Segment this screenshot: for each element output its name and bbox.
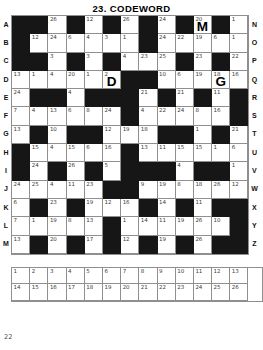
key-cell-12[interactable]: 12 xyxy=(212,268,230,285)
key-cell-2[interactable]: 2 xyxy=(30,268,48,285)
cell-number: 1 xyxy=(232,34,236,41)
cell-G11[interactable]: 1 xyxy=(194,126,212,144)
hint-letter-M: M xyxy=(194,16,211,33)
cell-L12[interactable]: 10 xyxy=(212,217,230,235)
cell-number: 10 xyxy=(159,71,166,78)
cell-K13 xyxy=(230,199,248,217)
cell-number: 13 xyxy=(14,126,21,133)
cell-M6 xyxy=(103,236,121,254)
cell-number: 6 xyxy=(14,199,18,206)
cell-A1 xyxy=(12,16,30,34)
cell-number: 18 xyxy=(141,126,148,133)
codeword-board: ABCDEFGHIJKLM 2612262420M112246431242219… xyxy=(0,15,263,255)
cell-A4 xyxy=(67,16,85,34)
cell-number: 15 xyxy=(195,144,202,151)
cell-number: 24 xyxy=(50,34,57,41)
cell-L1[interactable]: 7 xyxy=(12,217,30,235)
cell-F7 xyxy=(121,107,139,125)
cell-E9 xyxy=(158,89,176,107)
cell-H2[interactable]: 15 xyxy=(30,144,48,162)
cell-F3[interactable]: 13 xyxy=(48,107,66,125)
key-cell-11[interactable]: 11 xyxy=(194,268,212,285)
cell-number: 23 xyxy=(195,53,202,60)
cell-number: 25 xyxy=(32,181,39,188)
cell-number: 1 xyxy=(232,16,236,23)
cell-number: 15 xyxy=(68,144,75,151)
key-cell-23[interactable]: 23 xyxy=(176,284,194,301)
key-cell-4[interactable]: 4 xyxy=(67,268,85,285)
cell-A11[interactable]: 20M xyxy=(194,16,212,34)
cell-G3[interactable]: 10 xyxy=(48,126,66,144)
cell-J6 xyxy=(103,181,121,199)
key-cell-17[interactable]: 17 xyxy=(67,284,85,301)
key-cell-5[interactable]: 5 xyxy=(85,268,103,285)
key-cell-16[interactable]: 16 xyxy=(48,284,66,301)
cell-C10 xyxy=(176,53,194,71)
cell-I6[interactable]: 5 xyxy=(103,162,121,180)
key-cell-26[interactable]: 26 xyxy=(230,284,248,301)
cell-M1[interactable]: 13 xyxy=(12,236,30,254)
cell-K5[interactable]: 19 xyxy=(85,199,103,217)
cell-number: 7 xyxy=(14,217,18,224)
key-number: 12 xyxy=(214,268,221,275)
row-label-N: N xyxy=(249,15,259,33)
cell-number: 26 xyxy=(214,181,221,188)
cell-B10[interactable]: 22 xyxy=(176,34,194,52)
cell-M2 xyxy=(30,236,48,254)
cell-B12[interactable]: 6 xyxy=(212,34,230,52)
cell-J4[interactable]: 11 xyxy=(67,181,85,199)
cell-B3[interactable]: 24 xyxy=(48,34,66,52)
cell-number: 1 xyxy=(32,217,36,224)
row-labels-right: NOPQRSTUVWXYZ xyxy=(249,15,259,253)
cell-number: 22 xyxy=(159,107,166,114)
cell-number: 1 xyxy=(32,71,36,78)
cell-F6[interactable]: 24 xyxy=(103,107,121,125)
cell-E8[interactable]: 21 xyxy=(139,89,157,107)
cell-I4[interactable]: 26 xyxy=(67,162,85,180)
cell-number: 23 xyxy=(50,199,57,206)
key-cell-7[interactable]: 7 xyxy=(121,268,139,285)
key-number: 26 xyxy=(232,284,239,291)
cell-number: 4 xyxy=(141,107,145,114)
cell-C7[interactable]: 4 xyxy=(121,53,139,71)
cell-number: 24 xyxy=(159,34,166,41)
cell-number: 1 xyxy=(214,144,218,151)
cell-number: 14 xyxy=(159,199,166,206)
cell-J1[interactable]: 24 xyxy=(12,181,30,199)
cell-B4[interactable]: 6 xyxy=(67,34,85,52)
row-label-Z: Z xyxy=(249,235,259,253)
cell-number: 16 xyxy=(104,144,111,151)
cell-B1 xyxy=(12,34,30,52)
cell-C3[interactable]: 3 xyxy=(48,53,66,71)
key-number: 18 xyxy=(86,284,93,291)
row-label-L: L xyxy=(1,216,11,234)
cell-number: 14 xyxy=(141,217,148,224)
cell-L11[interactable]: 26 xyxy=(194,217,212,235)
cell-H4[interactable]: 15 xyxy=(67,144,85,162)
cell-B5[interactable]: 4 xyxy=(85,34,103,52)
cell-number: 16 xyxy=(232,71,239,78)
cell-E2 xyxy=(30,89,48,107)
cell-number: 11 xyxy=(195,199,202,206)
cell-F10[interactable]: 24 xyxy=(176,107,194,125)
key-number: 5 xyxy=(86,268,90,275)
key-number: 21 xyxy=(141,284,148,291)
cell-J5[interactable]: 23 xyxy=(85,181,103,199)
puzzle-title: 23. CODEWORD xyxy=(0,3,263,14)
cell-C6 xyxy=(103,53,121,71)
cell-I8 xyxy=(139,162,157,180)
cell-number: 5 xyxy=(104,162,108,169)
cell-F2[interactable]: 4 xyxy=(30,107,48,125)
cell-J10[interactable]: 8 xyxy=(176,181,194,199)
cell-G8[interactable]: 18 xyxy=(139,126,157,144)
cell-number: 24 xyxy=(14,89,21,96)
row-label-H: H xyxy=(1,143,11,161)
cell-B7[interactable]: 1 xyxy=(121,34,139,52)
key-number: 22 xyxy=(159,284,166,291)
key-cell-8[interactable]: 8 xyxy=(139,268,157,285)
cell-number: 3 xyxy=(50,53,54,60)
cell-G1[interactable]: 13 xyxy=(12,126,30,144)
key-cell-1[interactable]: 1 xyxy=(12,268,30,285)
cell-number: 4 xyxy=(32,107,36,114)
cell-number: 1 xyxy=(232,162,236,169)
key-number: 4 xyxy=(68,268,72,275)
cell-E1[interactable]: 24 xyxy=(12,89,30,107)
key-number: 19 xyxy=(104,284,111,291)
cell-H12[interactable]: 1 xyxy=(212,144,230,162)
cell-F5[interactable]: 8 xyxy=(85,107,103,125)
cell-D1[interactable]: 13 xyxy=(12,71,30,89)
cell-F13 xyxy=(230,107,248,125)
row-label-R: R xyxy=(249,88,259,106)
cell-M12 xyxy=(212,236,230,254)
cell-number: 21 xyxy=(232,126,239,133)
cell-M5[interactable]: 17 xyxy=(85,236,103,254)
cell-L10[interactable]: 19 xyxy=(176,217,194,235)
cell-C13[interactable]: 22 xyxy=(230,53,248,71)
cell-A13[interactable]: 1 xyxy=(230,16,248,34)
cell-D11[interactable]: 19 xyxy=(194,71,212,89)
key-number: 16 xyxy=(50,284,57,291)
cell-H1 xyxy=(12,144,30,162)
cell-C5[interactable]: 3 xyxy=(85,53,103,71)
cell-number: 15 xyxy=(177,144,184,151)
key-number: 24 xyxy=(195,284,202,291)
cell-number: 7 xyxy=(14,107,18,114)
cell-F9[interactable]: 22 xyxy=(158,107,176,125)
key-cell-22[interactable]: 22 xyxy=(158,284,176,301)
cell-number: 13 xyxy=(141,144,148,151)
cell-H9[interactable]: 11 xyxy=(158,144,176,162)
cell-C9[interactable]: 25 xyxy=(158,53,176,71)
cell-B11[interactable]: 19 xyxy=(194,34,212,52)
key-number: 10 xyxy=(177,268,184,275)
cell-C4 xyxy=(67,53,85,71)
cell-C11[interactable]: 23 xyxy=(194,53,212,71)
cell-K8 xyxy=(139,199,157,217)
key-cell-20[interactable]: 20 xyxy=(121,284,139,301)
cell-I5 xyxy=(85,162,103,180)
hint-letter-D: D xyxy=(103,71,120,88)
cell-number: 19 xyxy=(123,126,130,133)
cell-M13 xyxy=(230,236,248,254)
cell-C8[interactable]: 23 xyxy=(139,53,157,71)
cell-D5[interactable]: 1 xyxy=(85,71,103,89)
cell-F12[interactable]: 16 xyxy=(212,107,230,125)
cell-A7[interactable]: 26 xyxy=(121,16,139,34)
cell-number: 24 xyxy=(159,16,166,23)
cell-number: 6 xyxy=(68,34,72,41)
cell-number: 8 xyxy=(86,107,90,114)
cell-B9[interactable]: 24 xyxy=(158,34,176,52)
key-number: 15 xyxy=(32,284,39,291)
cell-D2[interactable]: 1 xyxy=(30,71,48,89)
cell-J13[interactable]: 12 xyxy=(230,181,248,199)
cell-A2 xyxy=(30,16,48,34)
cell-L2[interactable]: 1 xyxy=(30,217,48,235)
cell-B13[interactable]: 1 xyxy=(230,34,248,52)
cell-G4 xyxy=(67,126,85,144)
cell-M4 xyxy=(67,236,85,254)
cell-E5 xyxy=(85,89,103,107)
cell-A5[interactable]: 12 xyxy=(85,16,103,34)
key-cell-6[interactable]: 6 xyxy=(103,268,121,285)
cell-number: 6 xyxy=(232,144,236,151)
row-label-Q: Q xyxy=(249,70,259,88)
cell-A3[interactable]: 26 xyxy=(48,16,66,34)
cell-K1[interactable]: 6 xyxy=(12,199,30,217)
key-cell-13[interactable]: 13 xyxy=(230,268,248,285)
key-number: 14 xyxy=(14,284,21,291)
cell-B8 xyxy=(139,34,157,52)
row-label-X: X xyxy=(249,198,259,216)
key-cell-18[interactable]: 18 xyxy=(85,284,103,301)
cell-H8[interactable]: 13 xyxy=(139,144,157,162)
cell-number: 3 xyxy=(104,34,108,41)
key-number: 9 xyxy=(159,268,163,275)
cell-number: 13 xyxy=(50,107,57,114)
key-cell-3[interactable]: 3 xyxy=(48,268,66,285)
row-label-P: P xyxy=(249,52,259,70)
row-label-K: K xyxy=(1,198,11,216)
cell-number: 26 xyxy=(50,16,57,23)
cell-G5 xyxy=(85,126,103,144)
cell-F8[interactable]: 4 xyxy=(139,107,157,125)
cell-D9[interactable]: 10 xyxy=(158,71,176,89)
row-label-E: E xyxy=(1,88,11,106)
cell-A8 xyxy=(139,16,157,34)
key-number: 11 xyxy=(195,268,202,275)
cell-number: 21 xyxy=(177,89,184,96)
key-cell-10[interactable]: 10 xyxy=(176,268,194,285)
cell-H6[interactable]: 16 xyxy=(103,144,121,162)
cell-number: 19 xyxy=(195,71,202,78)
cell-G13[interactable]: 21 xyxy=(230,126,248,144)
cell-G7[interactable]: 19 xyxy=(121,126,139,144)
cell-M3[interactable]: 20 xyxy=(48,236,66,254)
hint-letter-G: G xyxy=(212,71,229,88)
cell-K11[interactable]: 11 xyxy=(194,199,212,217)
cell-number: 1 xyxy=(195,126,199,133)
cell-H5[interactable]: 6 xyxy=(85,144,103,162)
cell-I2[interactable]: 24 xyxy=(30,162,48,180)
cell-number: 4 xyxy=(50,144,54,151)
cell-number: 1 xyxy=(123,34,127,41)
cell-number: 25 xyxy=(159,53,166,60)
cell-E4[interactable]: 4 xyxy=(67,89,85,107)
key-number: 3 xyxy=(50,268,54,275)
cell-number: 10 xyxy=(50,126,57,133)
cell-H7 xyxy=(121,144,139,162)
cell-number: 11 xyxy=(68,181,75,188)
cell-J3[interactable]: 4 xyxy=(48,181,66,199)
cell-K6[interactable]: 12 xyxy=(103,199,121,217)
key-cell-21[interactable]: 21 xyxy=(139,284,157,301)
key-number: 20 xyxy=(123,284,130,291)
cell-number: 10 xyxy=(214,217,221,224)
cell-K9[interactable]: 14 xyxy=(158,199,176,217)
cell-number: 11 xyxy=(159,217,166,224)
cell-D8 xyxy=(139,71,157,89)
cell-F11[interactable]: 8 xyxy=(194,107,212,125)
cell-H11[interactable]: 15 xyxy=(194,144,212,162)
row-label-Y: Y xyxy=(249,216,259,234)
cell-number: 20 xyxy=(50,236,57,243)
row-label-T: T xyxy=(249,125,259,143)
cell-I13[interactable]: 1 xyxy=(230,162,248,180)
cell-F1[interactable]: 7 xyxy=(12,107,30,125)
cell-number: 26 xyxy=(195,217,202,224)
cell-D10[interactable]: 6 xyxy=(176,71,194,89)
cell-number: 23 xyxy=(86,181,93,188)
cell-K10 xyxy=(176,199,194,217)
cell-M7[interactable]: 12 xyxy=(121,236,139,254)
cell-L8[interactable]: 14 xyxy=(139,217,157,235)
cell-number: 1 xyxy=(86,71,90,78)
cell-L4[interactable]: 8 xyxy=(67,217,85,235)
cell-M9[interactable]: 19 xyxy=(158,236,176,254)
cell-K7[interactable]: 16 xyxy=(121,199,139,217)
cell-number: 13 xyxy=(14,236,21,243)
cell-K4 xyxy=(67,199,85,217)
cell-K3[interactable]: 23 xyxy=(48,199,66,217)
cell-number: 8 xyxy=(177,181,181,188)
cell-number: 26 xyxy=(68,162,75,169)
cell-number: 12 xyxy=(104,199,111,206)
cell-L9[interactable]: 11 xyxy=(158,217,176,235)
cell-I11 xyxy=(194,162,212,180)
cell-number: 23 xyxy=(141,53,148,60)
cell-J9[interactable]: 19 xyxy=(158,181,176,199)
cell-number: 21 xyxy=(141,89,148,96)
key-cell-24[interactable]: 24 xyxy=(194,284,212,301)
cell-number: 24 xyxy=(177,107,184,114)
cell-C1 xyxy=(12,53,30,71)
cell-M11[interactable]: 26 xyxy=(194,236,212,254)
cell-number: 12 xyxy=(86,16,93,23)
cell-number: 12 xyxy=(232,181,239,188)
cell-E7 xyxy=(121,89,139,107)
cell-D13[interactable]: 16 xyxy=(230,71,248,89)
cell-I12 xyxy=(212,162,230,180)
cell-D6[interactable]: 2D xyxy=(103,71,121,89)
cell-number: 8 xyxy=(68,217,72,224)
cell-G9 xyxy=(158,126,176,144)
cell-L7[interactable]: 1 xyxy=(121,217,139,235)
cell-A12 xyxy=(212,16,230,34)
cell-D4[interactable]: 20 xyxy=(67,71,85,89)
cell-E12[interactable]: 11 xyxy=(212,89,230,107)
cell-number: 4 xyxy=(86,34,90,41)
row-label-J: J xyxy=(1,180,11,198)
cell-number: 19 xyxy=(159,236,166,243)
row-label-C: C xyxy=(1,52,11,70)
cell-number: 24 xyxy=(32,162,39,169)
key-cell-9[interactable]: 9 xyxy=(158,268,176,285)
cell-J2[interactable]: 25 xyxy=(30,181,48,199)
cell-B6[interactable]: 3 xyxy=(103,34,121,52)
cell-I10[interactable]: 4 xyxy=(176,162,194,180)
page-number: 22 xyxy=(4,333,12,341)
cell-J12[interactable]: 26 xyxy=(212,181,230,199)
codeword-grid: 2612262420M11224643124221961334232523221… xyxy=(11,15,249,255)
cell-B2[interactable]: 12 xyxy=(30,34,48,52)
row-label-U: U xyxy=(249,143,259,161)
cell-H10[interactable]: 15 xyxy=(176,144,194,162)
cell-number: 6 xyxy=(177,71,181,78)
cell-A9[interactable]: 24 xyxy=(158,16,176,34)
cell-L5[interactable]: 13 xyxy=(85,217,103,235)
cell-A6 xyxy=(103,16,121,34)
cell-H13[interactable]: 6 xyxy=(230,144,248,162)
cell-E10[interactable]: 21 xyxy=(176,89,194,107)
cell-number: 18 xyxy=(195,181,202,188)
cell-G6[interactable]: 12 xyxy=(103,126,121,144)
cell-number: 4 xyxy=(68,89,72,96)
key-number: 1 xyxy=(14,268,18,275)
cell-F4[interactable]: 6 xyxy=(67,107,85,125)
cell-number: 9 xyxy=(141,181,145,188)
cell-L3[interactable]: 19 xyxy=(48,217,66,235)
row-label-A: A xyxy=(1,15,11,33)
cell-number: 16 xyxy=(214,107,221,114)
key-cell-25[interactable]: 25 xyxy=(212,284,230,301)
cell-J7 xyxy=(121,181,139,199)
cell-D7 xyxy=(121,71,139,89)
cell-J11[interactable]: 18 xyxy=(194,181,212,199)
key-number: 8 xyxy=(141,268,145,275)
cell-number: 4 xyxy=(50,71,54,78)
cell-M8 xyxy=(139,236,157,254)
cell-D3[interactable]: 4 xyxy=(48,71,66,89)
cell-number: 26 xyxy=(123,16,130,23)
row-label-V: V xyxy=(249,161,259,179)
cell-D12[interactable]: 18G xyxy=(212,71,230,89)
key-cell-14[interactable]: 14 xyxy=(12,284,30,301)
cell-E3 xyxy=(48,89,66,107)
cell-H3[interactable]: 4 xyxy=(48,144,66,162)
cell-J8[interactable]: 9 xyxy=(139,181,157,199)
key-cell-15[interactable]: 15 xyxy=(30,284,48,301)
key-number: 13 xyxy=(232,268,239,275)
row-label-F: F xyxy=(1,106,11,124)
key-cell-19[interactable]: 19 xyxy=(103,284,121,301)
row-labels-left: ABCDEFGHIJKLM xyxy=(1,15,11,253)
